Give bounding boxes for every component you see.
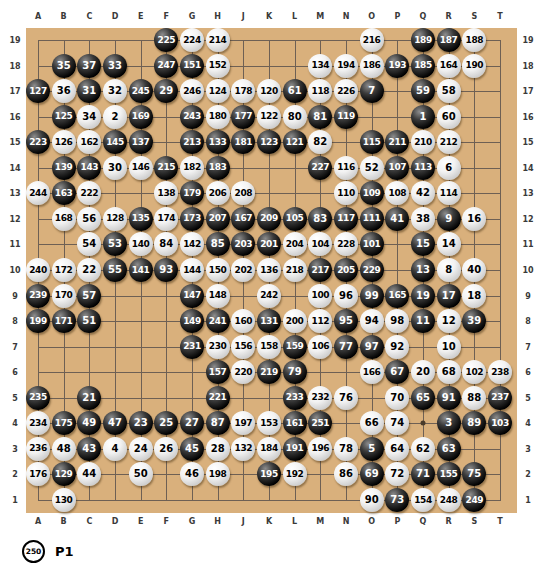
stone-move-number: 86 [339,469,353,479]
col-label-top-S: S [471,12,477,21]
stone-R16[interactable]: 60 [437,105,461,129]
stone-R10[interactable]: 8 [437,258,461,282]
stone-A5[interactable]: 235 [26,386,50,410]
stone-R13[interactable]: 114 [437,181,461,205]
stone-J6[interactable]: 220 [231,360,255,384]
stone-G18[interactable]: 151 [180,54,204,78]
stone-B16[interactable]: 125 [52,105,76,129]
stone-R14[interactable]: 6 [437,156,461,180]
stone-P2[interactable]: 72 [385,462,409,486]
stone-E10[interactable]: 141 [129,258,153,282]
stone-J3[interactable]: 132 [231,437,255,461]
stone-B18[interactable]: 35 [52,54,76,78]
stone-H13[interactable]: 206 [206,181,230,205]
stone-K11[interactable]: 201 [257,232,281,256]
stone-K6[interactable]: 219 [257,360,281,384]
stone-A10[interactable]: 240 [26,258,50,282]
stone-H12[interactable]: 207 [206,207,230,231]
stone-move-number: 110 [337,189,355,198]
stone-F10[interactable]: 93 [154,258,178,282]
stone-N13[interactable]: 110 [334,181,358,205]
stone-J17[interactable]: 178 [231,79,255,103]
stone-Q1[interactable]: 154 [411,488,435,512]
stone-O3[interactable]: 5 [360,437,384,461]
stone-J7[interactable]: 156 [231,335,255,359]
stone-move-number: 19 [416,291,430,301]
stone-J16[interactable]: 177 [231,105,255,129]
stone-E4[interactable]: 23 [129,411,153,435]
stone-move-number: 34 [82,112,96,122]
stone-move-number: 4 [112,444,119,454]
stone-N8[interactable]: 95 [334,309,358,333]
stone-S18[interactable]: 190 [462,54,486,78]
stone-R15[interactable]: 212 [437,130,461,154]
row-label-right-1: 1 [525,496,531,505]
stone-L6[interactable]: 79 [283,360,307,384]
stone-C3[interactable]: 43 [77,437,101,461]
stone-C9[interactable]: 57 [77,284,101,308]
go-board: 2252242142161891871883537332471511521341… [26,28,517,513]
stone-Q6[interactable]: 20 [411,360,435,384]
stone-B3[interactable]: 48 [52,437,76,461]
stone-Q5[interactable]: 65 [411,386,435,410]
stone-A8[interactable]: 199 [26,309,50,333]
stone-F4[interactable]: 25 [154,411,178,435]
stone-M15[interactable]: 82 [308,130,332,154]
stone-move-number: 49 [82,418,96,428]
stone-G10[interactable]: 144 [180,258,204,282]
stone-D4[interactable]: 47 [103,411,127,435]
stone-O10[interactable]: 229 [360,258,384,282]
stone-L4[interactable]: 161 [283,411,307,435]
stone-H6[interactable]: 157 [206,360,230,384]
stone-H8[interactable]: 241 [206,309,230,333]
stone-N9[interactable]: 96 [334,284,358,308]
stone-Q3[interactable]: 62 [411,437,435,461]
stone-M12[interactable]: 83 [308,207,332,231]
stone-G15[interactable]: 213 [180,130,204,154]
stone-E3[interactable]: 24 [129,437,153,461]
stone-K12[interactable]: 209 [257,207,281,231]
stone-move-number: 153 [260,419,278,428]
col-label-top-M: M [316,12,324,21]
stone-R11[interactable]: 14 [437,232,461,256]
stone-N11[interactable]: 228 [334,232,358,256]
stone-K7[interactable]: 158 [257,335,281,359]
col-label-bottom-D: D [112,517,119,526]
stone-B17[interactable]: 36 [52,79,76,103]
stone-L15[interactable]: 121 [283,130,307,154]
stone-C2[interactable]: 44 [77,462,101,486]
stone-P1[interactable]: 73 [385,488,409,512]
stone-O1[interactable]: 90 [360,488,384,512]
stone-G8[interactable]: 149 [180,309,204,333]
stone-N17[interactable]: 226 [334,79,358,103]
stone-A17[interactable]: 127 [26,79,50,103]
stone-R2[interactable]: 155 [437,462,461,486]
stone-D15[interactable]: 145 [103,130,127,154]
stone-J4[interactable]: 197 [231,411,255,435]
stone-Q17[interactable]: 59 [411,79,435,103]
stone-B10[interactable]: 172 [52,258,76,282]
stone-Q12[interactable]: 38 [411,207,435,231]
stone-G11[interactable]: 142 [180,232,204,256]
stone-H11[interactable]: 85 [206,232,230,256]
stone-move-number: 24 [134,444,148,454]
stone-L5[interactable]: 233 [283,386,307,410]
stone-Q13[interactable]: 42 [411,181,435,205]
stone-Q11[interactable]: 15 [411,232,435,256]
stone-move-number: 41 [390,214,404,224]
stone-C13[interactable]: 222 [77,181,101,205]
stone-H4[interactable]: 87 [206,411,230,435]
stone-N3[interactable]: 78 [334,437,358,461]
stone-R19[interactable]: 187 [437,28,461,52]
stone-C8[interactable]: 51 [77,309,101,333]
stone-B2[interactable]: 129 [52,462,76,486]
stone-J10[interactable]: 202 [231,258,255,282]
stone-E17[interactable]: 245 [129,79,153,103]
stone-C10[interactable]: 22 [77,258,101,282]
stone-G12[interactable]: 173 [180,207,204,231]
stone-O2[interactable]: 69 [360,462,384,486]
stone-S19[interactable]: 188 [462,28,486,52]
stone-T5[interactable]: 237 [488,386,512,410]
stone-G16[interactable]: 243 [180,105,204,129]
stone-B14[interactable]: 139 [52,156,76,180]
stone-Q10[interactable]: 13 [411,258,435,282]
stone-B15[interactable]: 126 [52,130,76,154]
stone-P5[interactable]: 70 [385,386,409,410]
stone-S5[interactable]: 88 [462,386,486,410]
stone-E14[interactable]: 146 [129,156,153,180]
stone-E16[interactable]: 169 [129,105,153,129]
stone-B8[interactable]: 171 [52,309,76,333]
stone-O12[interactable]: 111 [360,207,384,231]
stone-C17[interactable]: 31 [77,79,101,103]
stone-R8[interactable]: 12 [437,309,461,333]
stone-R9[interactable]: 17 [437,284,461,308]
stone-R5[interactable]: 91 [437,386,461,410]
stone-P6[interactable]: 67 [385,360,409,384]
stone-M4[interactable]: 251 [308,411,332,435]
stone-H19[interactable]: 214 [206,28,230,52]
stone-move-number: 64 [390,444,404,454]
stone-F12[interactable]: 174 [154,207,178,231]
stone-H17[interactable]: 124 [206,79,230,103]
stone-E11[interactable]: 140 [129,232,153,256]
stone-move-number: 220 [235,368,253,377]
stone-N14[interactable]: 116 [334,156,358,180]
stone-Q2[interactable]: 71 [411,462,435,486]
stone-R18[interactable]: 164 [437,54,461,78]
stone-C16[interactable]: 34 [77,105,101,129]
stone-L2[interactable]: 192 [283,462,307,486]
stone-N10[interactable]: 205 [334,258,358,282]
col-label-top-L: L [292,12,297,21]
stone-S9[interactable]: 18 [462,284,486,308]
stone-H15[interactable]: 133 [206,130,230,154]
stone-N16[interactable]: 119 [334,105,358,129]
stone-move-number: 33 [108,61,122,71]
stone-P18[interactable]: 193 [385,54,409,78]
stone-O6[interactable]: 166 [360,360,384,384]
stone-K10[interactable]: 136 [257,258,281,282]
stone-C15[interactable]: 162 [77,130,101,154]
stone-T4[interactable]: 103 [488,411,512,435]
stone-M3[interactable]: 196 [308,437,332,461]
stone-move-number: 135 [132,214,150,223]
stone-K4[interactable]: 153 [257,411,281,435]
stone-R1[interactable]: 248 [437,488,461,512]
stone-K2[interactable]: 195 [257,462,281,486]
stone-P3[interactable]: 64 [385,437,409,461]
stone-D11[interactable]: 53 [103,232,127,256]
stone-move-number: 101 [363,240,381,249]
stone-P7[interactable]: 92 [385,335,409,359]
stone-P12[interactable]: 41 [385,207,409,231]
stone-D12[interactable]: 128 [103,207,127,231]
stone-C14[interactable]: 143 [77,156,101,180]
col-label-top-R: R [446,12,452,21]
stone-J8[interactable]: 160 [231,309,255,333]
stone-S1[interactable]: 249 [462,488,486,512]
stone-M5[interactable]: 232 [308,386,332,410]
stone-N7[interactable]: 77 [334,335,358,359]
stone-move-number: 22 [82,265,96,275]
stone-R17[interactable]: 58 [437,79,461,103]
stone-move-number: 207 [209,214,227,223]
stone-H9[interactable]: 148 [206,284,230,308]
stone-J15[interactable]: 181 [231,130,255,154]
stone-O4[interactable]: 66 [360,411,384,435]
stone-G2[interactable]: 46 [180,462,204,486]
stone-L11[interactable]: 204 [283,232,307,256]
row-label-left-3: 3 [12,444,18,453]
stone-O15[interactable]: 115 [360,130,384,154]
stone-O11[interactable]: 101 [360,232,384,256]
stone-K15[interactable]: 123 [257,130,281,154]
stone-M17[interactable]: 118 [308,79,332,103]
stone-move-number: 127 [29,87,47,96]
stone-O8[interactable]: 94 [360,309,384,333]
stone-move-number: 52 [365,163,379,173]
stone-move-number: 169 [132,112,150,121]
stone-move-number: 70 [390,393,404,403]
stone-O18[interactable]: 186 [360,54,384,78]
stone-A9[interactable]: 239 [26,284,50,308]
stone-B12[interactable]: 168 [52,207,76,231]
stone-P9[interactable]: 165 [385,284,409,308]
stone-N2[interactable]: 86 [334,462,358,486]
stone-move-number: 218 [286,266,304,275]
stone-G9[interactable]: 147 [180,284,204,308]
stone-M8[interactable]: 112 [308,309,332,333]
stone-A3[interactable]: 236 [26,437,50,461]
stone-N18[interactable]: 194 [334,54,358,78]
row-label-left-11: 11 [9,240,20,249]
stone-A13[interactable]: 244 [26,181,50,205]
stone-P15[interactable]: 211 [385,130,409,154]
stone-G4[interactable]: 27 [180,411,204,435]
stone-R6[interactable]: 68 [437,360,461,384]
stone-move-number: 88 [467,393,481,403]
stone-P4[interactable]: 74 [385,411,409,435]
stone-move-number: 91 [442,393,456,403]
stone-Q15[interactable]: 210 [411,130,435,154]
stone-B1[interactable]: 130 [52,488,76,512]
stone-L12[interactable]: 105 [283,207,307,231]
stone-H5[interactable]: 221 [206,386,230,410]
stone-move-number: 9 [445,214,452,224]
stone-A15[interactable]: 223 [26,130,50,154]
stone-Q19[interactable]: 189 [411,28,435,52]
stone-G17[interactable]: 246 [180,79,204,103]
stone-D17[interactable]: 32 [103,79,127,103]
stone-H2[interactable]: 198 [206,462,230,486]
stone-R12[interactable]: 9 [437,207,461,231]
stone-F17[interactable]: 29 [154,79,178,103]
stone-O7[interactable]: 97 [360,335,384,359]
stone-L3[interactable]: 191 [283,437,307,461]
stone-S8[interactable]: 39 [462,309,486,333]
stone-H14[interactable]: 183 [206,156,230,180]
stone-F18[interactable]: 247 [154,54,178,78]
stone-E15[interactable]: 137 [129,130,153,154]
stone-M11[interactable]: 104 [308,232,332,256]
col-label-bottom-E: E [138,517,143,526]
stone-O19[interactable]: 216 [360,28,384,52]
stone-L10[interactable]: 218 [283,258,307,282]
stone-B13[interactable]: 163 [52,181,76,205]
stone-L8[interactable]: 200 [283,309,307,333]
stone-B9[interactable]: 170 [52,284,76,308]
stone-P14[interactable]: 107 [385,156,409,180]
stone-S10[interactable]: 40 [462,258,486,282]
stone-E12[interactable]: 135 [129,207,153,231]
stone-K9[interactable]: 242 [257,284,281,308]
stone-K3[interactable]: 184 [257,437,281,461]
stone-D3[interactable]: 4 [103,437,127,461]
stone-Q16[interactable]: 1 [411,105,435,129]
stone-M16[interactable]: 81 [308,105,332,129]
stone-S6[interactable]: 102 [462,360,486,384]
stone-N5[interactable]: 76 [334,386,358,410]
stone-A4[interactable]: 234 [26,411,50,435]
stone-O14[interactable]: 52 [360,156,384,180]
stone-K17[interactable]: 120 [257,79,281,103]
stone-H16[interactable]: 180 [206,105,230,129]
stone-M7[interactable]: 106 [308,335,332,359]
stone-move-number: 15 [416,239,430,249]
stone-P8[interactable]: 98 [385,309,409,333]
stone-G14[interactable]: 182 [180,156,204,180]
stone-E2[interactable]: 50 [129,462,153,486]
stone-D10[interactable]: 55 [103,258,127,282]
stone-T6[interactable]: 238 [488,360,512,384]
stone-G13[interactable]: 179 [180,181,204,205]
stone-C4[interactable]: 49 [77,411,101,435]
stone-move-number: 171 [55,317,73,326]
stone-F3[interactable]: 26 [154,437,178,461]
stone-D18[interactable]: 33 [103,54,127,78]
stone-S2[interactable]: 75 [462,462,486,486]
stone-move-number: 10 [442,342,456,352]
stone-L17[interactable]: 61 [283,79,307,103]
stone-L7[interactable]: 159 [283,335,307,359]
stone-move-number: 226 [337,87,355,96]
stone-Q14[interactable]: 113 [411,156,435,180]
stone-B4[interactable]: 175 [52,411,76,435]
stone-move-number: 201 [260,240,278,249]
stone-D16[interactable]: 2 [103,105,127,129]
stone-M18[interactable]: 134 [308,54,332,78]
stone-S12[interactable]: 16 [462,207,486,231]
stone-Q8[interactable]: 11 [411,309,435,333]
stone-R7[interactable]: 10 [437,335,461,359]
stone-K8[interactable]: 131 [257,309,281,333]
stone-C11[interactable]: 54 [77,232,101,256]
go-game-diagram: 2252242142161891871883537332471511521341… [0,0,540,578]
stone-F11[interactable]: 84 [154,232,178,256]
move-note-number: 250 [26,547,42,556]
stone-F19[interactable]: 225 [154,28,178,52]
stone-move-number: 204 [286,240,304,249]
stone-Q9[interactable]: 19 [411,284,435,308]
stone-G7[interactable]: 231 [180,335,204,359]
stone-O9[interactable]: 99 [360,284,384,308]
stone-D14[interactable]: 30 [103,156,127,180]
stone-move-number: 77 [339,342,353,352]
stone-M9[interactable]: 100 [308,284,332,308]
stone-J11[interactable]: 203 [231,232,255,256]
stone-K16[interactable]: 122 [257,105,281,129]
stone-G3[interactable]: 45 [180,437,204,461]
stone-C5[interactable]: 21 [77,386,101,410]
stone-O13[interactable]: 109 [360,181,384,205]
stone-move-number: 170 [55,291,73,300]
stone-Q18[interactable]: 185 [411,54,435,78]
stone-H7[interactable]: 230 [206,335,230,359]
col-label-bottom-G: G [189,517,196,526]
col-label-bottom-N: N [343,517,350,526]
stone-move-number: 6 [445,163,452,173]
stone-M10[interactable]: 217 [308,258,332,282]
stone-C18[interactable]: 37 [77,54,101,78]
stone-F13[interactable]: 138 [154,181,178,205]
stone-R3[interactable]: 63 [437,437,461,461]
stone-move-number: 78 [339,444,353,454]
stone-P13[interactable]: 108 [385,181,409,205]
stone-O17[interactable]: 7 [360,79,384,103]
stone-N12[interactable]: 117 [334,207,358,231]
stone-J13[interactable]: 208 [231,181,255,205]
stone-move-number: 42 [416,188,430,198]
stone-H10[interactable]: 150 [206,258,230,282]
stone-F14[interactable]: 215 [154,156,178,180]
stone-M14[interactable]: 227 [308,156,332,180]
stone-G19[interactable]: 224 [180,28,204,52]
stone-J12[interactable]: 167 [231,207,255,231]
stone-S4[interactable]: 89 [462,411,486,435]
stone-C12[interactable]: 56 [77,207,101,231]
stone-H3[interactable]: 28 [206,437,230,461]
stone-R4[interactable]: 3 [437,411,461,435]
stone-A2[interactable]: 176 [26,462,50,486]
stone-move-number: 128 [106,214,124,223]
stone-H18[interactable]: 152 [206,54,230,78]
stone-L16[interactable]: 80 [283,105,307,129]
